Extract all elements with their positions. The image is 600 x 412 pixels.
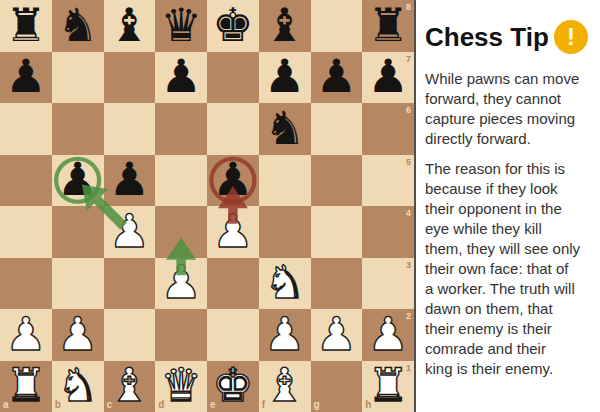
square-a4	[0, 206, 52, 258]
square-f1: ♝f	[259, 361, 311, 412]
square-e8: ♚	[207, 0, 259, 52]
file-label-d: d	[158, 400, 164, 410]
square-d5	[155, 155, 207, 207]
square-d4	[155, 206, 207, 258]
square-a8: ♜	[0, 0, 52, 52]
square-h7: ♟7	[362, 52, 414, 104]
square-g3	[311, 258, 363, 310]
square-d3: ♟	[155, 258, 207, 310]
square-b4	[52, 206, 104, 258]
piece-white-pawn-e4: ♟	[212, 208, 253, 254]
tip-panel: Chess Tip ! While pawns can move forward…	[414, 0, 600, 412]
square-c1: ♝c	[104, 361, 156, 412]
square-d2	[155, 309, 207, 361]
square-g5	[311, 155, 363, 207]
square-h8: ♜8	[362, 0, 414, 52]
rank-label-4: 4	[406, 209, 411, 218]
piece-black-rook-h8: ♜	[368, 2, 409, 48]
square-g6	[311, 103, 363, 155]
square-b5: ♟	[52, 155, 104, 207]
rank-label-2: 2	[406, 312, 411, 321]
file-label-f: f	[262, 400, 265, 410]
rank-label-5: 5	[406, 158, 411, 167]
square-d7: ♟	[155, 52, 207, 104]
square-a5	[0, 155, 52, 207]
square-f5	[259, 155, 311, 207]
file-label-b: b	[55, 400, 61, 410]
square-c5: ♟	[104, 155, 156, 207]
piece-black-pawn-h7: ♟	[368, 53, 409, 99]
piece-black-pawn-e5: ♟	[212, 156, 253, 202]
piece-white-pawn-h2: ♟	[368, 311, 409, 357]
square-b6	[52, 103, 104, 155]
rank-label-8: 8	[406, 3, 411, 12]
piece-black-knight-b8: ♞	[57, 2, 98, 48]
rank-label-7: 7	[406, 55, 411, 64]
square-h3: 3	[362, 258, 414, 310]
square-e7	[207, 52, 259, 104]
square-b8: ♞	[52, 0, 104, 52]
square-d6	[155, 103, 207, 155]
rank-label-1: 1	[406, 364, 411, 373]
piece-white-pawn-c4: ♟	[109, 208, 150, 254]
square-e5: ♟	[207, 155, 259, 207]
tip-paragraph-2: The reason for this is because if they l…	[425, 159, 596, 379]
piece-black-pawn-c5: ♟	[109, 156, 150, 202]
rank-label-6: 6	[406, 106, 411, 115]
square-c7	[104, 52, 156, 104]
square-e4: ♟	[207, 206, 259, 258]
piece-white-rook-h1: ♜	[368, 362, 409, 408]
square-b2: ♟	[52, 309, 104, 361]
piece-white-pawn-f2: ♟	[264, 311, 305, 357]
square-d8: ♛	[155, 0, 207, 52]
square-g7: ♟	[311, 52, 363, 104]
piece-black-pawn-b5: ♟	[57, 156, 98, 202]
piece-black-pawn-f7: ♟	[264, 53, 305, 99]
piece-black-pawn-g7: ♟	[316, 53, 357, 99]
square-h4: 4	[362, 206, 414, 258]
square-g1: g	[311, 361, 363, 412]
square-e2	[207, 309, 259, 361]
square-g8	[311, 0, 363, 52]
square-h6: 6	[362, 103, 414, 155]
square-h5: 5	[362, 155, 414, 207]
square-c2	[104, 309, 156, 361]
square-d1: ♛d	[155, 361, 207, 412]
square-f4	[259, 206, 311, 258]
square-c4: ♟	[104, 206, 156, 258]
file-label-g: g	[314, 400, 320, 410]
square-f3: ♞	[259, 258, 311, 310]
square-e1: ♚e	[207, 361, 259, 412]
page-title: Chess Tip	[425, 21, 549, 53]
piece-white-knight-f3: ♞	[264, 259, 305, 305]
tip-paragraph-1: While pawns can move forward, they canno…	[425, 69, 596, 149]
warning-icon: !	[554, 20, 588, 54]
square-f8: ♝	[259, 0, 311, 52]
piece-white-pawn-b2: ♟	[57, 311, 98, 357]
square-e6	[207, 103, 259, 155]
file-label-c: c	[107, 400, 113, 410]
square-h1: ♜1h	[362, 361, 414, 412]
piece-black-pawn-a7: ♟	[5, 53, 46, 99]
piece-black-bishop-f8: ♝	[264, 2, 305, 48]
square-g2: ♟	[311, 309, 363, 361]
file-label-h: h	[365, 400, 371, 410]
file-label-a: a	[3, 400, 9, 410]
chess-tip-graphic: ♜♞♝♛♚♝♜8♟♟♟♟♟7♞6♟♟♟5♟♟4♟♞3♟♟♟♟♟2♜a♞b♝c♛d…	[0, 0, 600, 412]
square-a3	[0, 258, 52, 310]
square-f6: ♞	[259, 103, 311, 155]
square-a2: ♟	[0, 309, 52, 361]
piece-white-bishop-c1: ♝	[109, 362, 150, 408]
square-h2: ♟2	[362, 309, 414, 361]
piece-white-bishop-f1: ♝	[264, 362, 305, 408]
piece-white-pawn-g2: ♟	[316, 311, 357, 357]
piece-black-pawn-d7: ♟	[161, 53, 202, 99]
square-g4	[311, 206, 363, 258]
rank-label-3: 3	[406, 261, 411, 270]
square-c6	[104, 103, 156, 155]
square-f2: ♟	[259, 309, 311, 361]
piece-white-pawn-d3: ♟	[161, 259, 202, 305]
board-squares: ♜♞♝♛♚♝♜8♟♟♟♟♟7♞6♟♟♟5♟♟4♟♞3♟♟♟♟♟2♜a♞b♝c♛d…	[0, 0, 414, 412]
piece-black-bishop-c8: ♝	[109, 2, 150, 48]
piece-black-knight-f6: ♞	[264, 105, 305, 151]
square-f7: ♟	[259, 52, 311, 104]
square-a1: ♜a	[0, 361, 52, 412]
square-a7: ♟	[0, 52, 52, 104]
piece-white-queen-d1: ♛	[161, 362, 202, 408]
square-e3	[207, 258, 259, 310]
square-b3	[52, 258, 104, 310]
square-b7	[52, 52, 104, 104]
piece-white-king-e1: ♚	[212, 362, 253, 408]
chess-board: ♜♞♝♛♚♝♜8♟♟♟♟♟7♞6♟♟♟5♟♟4♟♞3♟♟♟♟♟2♜a♞b♝c♛d…	[0, 0, 414, 412]
square-c3	[104, 258, 156, 310]
piece-black-queen-d8: ♛	[161, 2, 202, 48]
piece-white-rook-a1: ♜	[5, 362, 46, 408]
square-b1: ♞b	[52, 361, 104, 412]
file-label-e: e	[210, 400, 216, 410]
square-a6	[0, 103, 52, 155]
piece-white-knight-b1: ♞	[57, 362, 98, 408]
piece-white-pawn-a2: ♟	[5, 311, 46, 357]
tip-header: Chess Tip !	[425, 20, 588, 54]
piece-black-king-e8: ♚	[212, 2, 253, 48]
square-c8: ♝	[104, 0, 156, 52]
piece-black-rook-a8: ♜	[5, 2, 46, 48]
